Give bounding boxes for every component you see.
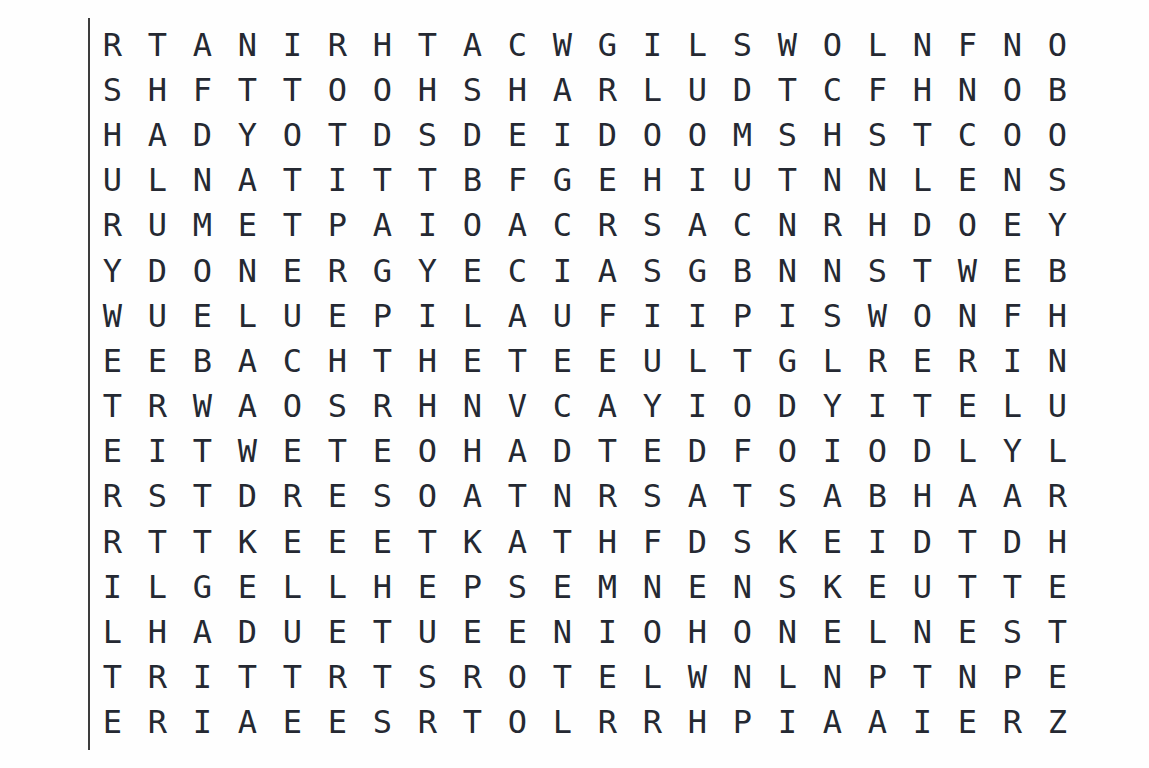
grid-cell-r11c11[interactable]: N: [540, 474, 585, 519]
grid-cell-r8c16[interactable]: G: [765, 338, 810, 383]
grid-cell-r15c3[interactable]: I: [180, 655, 225, 700]
grid-cell-r11c4[interactable]: D: [225, 474, 270, 519]
grid-cell-r5c17[interactable]: R: [810, 203, 855, 248]
grid-cell-r5c13[interactable]: S: [630, 203, 675, 248]
grid-cell-r6c7[interactable]: G: [360, 248, 405, 293]
grid-cell-r3c8[interactable]: S: [405, 112, 450, 157]
grid-cell-r5c18[interactable]: H: [855, 203, 900, 248]
grid-cell-r10c16[interactable]: O: [765, 429, 810, 474]
grid-cell-r9c5[interactable]: O: [270, 384, 315, 429]
grid-cell-r13c9[interactable]: P: [450, 564, 495, 609]
grid-cell-r4c5[interactable]: T: [270, 158, 315, 203]
grid-cell-r15c8[interactable]: S: [405, 655, 450, 700]
grid-cell-r8c2[interactable]: E: [135, 338, 180, 383]
grid-cell-r2c14[interactable]: U: [675, 67, 720, 112]
grid-cell-r13c15[interactable]: N: [720, 564, 765, 609]
grid-cell-r8c15[interactable]: T: [720, 338, 765, 383]
grid-cell-r9c12[interactable]: A: [585, 384, 630, 429]
grid-cell-r16c20[interactable]: E: [945, 700, 990, 745]
grid-cell-r1c5[interactable]: I: [270, 22, 315, 67]
grid-cell-r1c22[interactable]: O: [1035, 22, 1080, 67]
grid-cell-r15c20[interactable]: N: [945, 655, 990, 700]
grid-cell-r12c13[interactable]: F: [630, 519, 675, 564]
grid-cell-r11c2[interactable]: S: [135, 474, 180, 519]
grid-cell-r7c12[interactable]: F: [585, 293, 630, 338]
grid-cell-r5c11[interactable]: C: [540, 203, 585, 248]
grid-cell-r10c5[interactable]: E: [270, 429, 315, 474]
grid-cell-r12c5[interactable]: E: [270, 519, 315, 564]
grid-cell-r6c8[interactable]: Y: [405, 248, 450, 293]
grid-cell-r15c11[interactable]: T: [540, 655, 585, 700]
grid-cell-r6c19[interactable]: T: [900, 248, 945, 293]
grid-cell-r4c19[interactable]: L: [900, 158, 945, 203]
grid-cell-r7c10[interactable]: A: [495, 293, 540, 338]
grid-cell-r11c19[interactable]: H: [900, 474, 945, 519]
grid-cell-r1c12[interactable]: G: [585, 22, 630, 67]
grid-cell-r11c1[interactable]: R: [90, 474, 135, 519]
grid-cell-r15c7[interactable]: T: [360, 655, 405, 700]
grid-cell-r1c13[interactable]: I: [630, 22, 675, 67]
grid-cell-r7c19[interactable]: O: [900, 293, 945, 338]
grid-cell-r12c6[interactable]: E: [315, 519, 360, 564]
grid-cell-r11c13[interactable]: S: [630, 474, 675, 519]
grid-cell-r12c17[interactable]: E: [810, 519, 855, 564]
grid-cell-r13c11[interactable]: E: [540, 564, 585, 609]
grid-cell-r10c7[interactable]: E: [360, 429, 405, 474]
grid-cell-r5c4[interactable]: E: [225, 203, 270, 248]
grid-cell-r7c15[interactable]: P: [720, 293, 765, 338]
grid-cell-r14c13[interactable]: O: [630, 609, 675, 654]
grid-cell-r16c11[interactable]: L: [540, 700, 585, 745]
grid-cell-r3c15[interactable]: M: [720, 112, 765, 157]
grid-cell-r8c1[interactable]: E: [90, 338, 135, 383]
grid-cell-r15c21[interactable]: P: [990, 655, 1035, 700]
grid-cell-r2c19[interactable]: H: [900, 67, 945, 112]
grid-cell-r2c10[interactable]: H: [495, 67, 540, 112]
grid-cell-r15c5[interactable]: T: [270, 655, 315, 700]
grid-cell-r12c2[interactable]: T: [135, 519, 180, 564]
grid-cell-r8c12[interactable]: E: [585, 338, 630, 383]
grid-cell-r12c16[interactable]: K: [765, 519, 810, 564]
grid-cell-r1c21[interactable]: N: [990, 22, 1035, 67]
grid-cell-r1c1[interactable]: R: [90, 22, 135, 67]
grid-cell-r16c16[interactable]: I: [765, 700, 810, 745]
grid-cell-r15c4[interactable]: T: [225, 655, 270, 700]
grid-cell-r15c14[interactable]: W: [675, 655, 720, 700]
grid-cell-r16c21[interactable]: R: [990, 700, 1035, 745]
grid-cell-r15c18[interactable]: P: [855, 655, 900, 700]
grid-cell-r6c12[interactable]: A: [585, 248, 630, 293]
grid-cell-r12c19[interactable]: D: [900, 519, 945, 564]
grid-cell-r2c1[interactable]: S: [90, 67, 135, 112]
grid-cell-r2c3[interactable]: F: [180, 67, 225, 112]
grid-cell-r3c14[interactable]: O: [675, 112, 720, 157]
grid-cell-r2c13[interactable]: L: [630, 67, 675, 112]
grid-cell-r5c16[interactable]: N: [765, 203, 810, 248]
grid-cell-r6c4[interactable]: N: [225, 248, 270, 293]
grid-cell-r6c2[interactable]: D: [135, 248, 180, 293]
grid-cell-r13c18[interactable]: E: [855, 564, 900, 609]
grid-cell-r1c16[interactable]: W: [765, 22, 810, 67]
grid-cell-r4c13[interactable]: H: [630, 158, 675, 203]
grid-cell-r16c8[interactable]: R: [405, 700, 450, 745]
grid-cell-r14c9[interactable]: E: [450, 609, 495, 654]
grid-cell-r1c20[interactable]: F: [945, 22, 990, 67]
grid-cell-r6c10[interactable]: C: [495, 248, 540, 293]
grid-cell-r9c9[interactable]: N: [450, 384, 495, 429]
grid-cell-r12c7[interactable]: E: [360, 519, 405, 564]
grid-cell-r6c14[interactable]: G: [675, 248, 720, 293]
grid-cell-r14c19[interactable]: N: [900, 609, 945, 654]
grid-cell-r11c3[interactable]: T: [180, 474, 225, 519]
grid-cell-r14c2[interactable]: H: [135, 609, 180, 654]
grid-cell-r10c21[interactable]: Y: [990, 429, 1035, 474]
grid-cell-r9c1[interactable]: T: [90, 384, 135, 429]
grid-cell-r4c9[interactable]: B: [450, 158, 495, 203]
grid-cell-r4c8[interactable]: T: [405, 158, 450, 203]
grid-cell-r15c15[interactable]: N: [720, 655, 765, 700]
grid-cell-r5c21[interactable]: E: [990, 203, 1035, 248]
grid-cell-r11c21[interactable]: A: [990, 474, 1035, 519]
grid-cell-r13c17[interactable]: K: [810, 564, 855, 609]
grid-cell-r14c21[interactable]: S: [990, 609, 1035, 654]
grid-cell-r1c14[interactable]: L: [675, 22, 720, 67]
grid-cell-r12c21[interactable]: D: [990, 519, 1035, 564]
grid-cell-r8c8[interactable]: H: [405, 338, 450, 383]
grid-cell-r1c7[interactable]: H: [360, 22, 405, 67]
grid-cell-r6c15[interactable]: B: [720, 248, 765, 293]
grid-cell-r10c12[interactable]: T: [585, 429, 630, 474]
grid-cell-r14c15[interactable]: O: [720, 609, 765, 654]
grid-cell-r6c20[interactable]: W: [945, 248, 990, 293]
grid-cell-r16c14[interactable]: H: [675, 700, 720, 745]
grid-cell-r7c2[interactable]: U: [135, 293, 180, 338]
grid-cell-r4c15[interactable]: U: [720, 158, 765, 203]
grid-cell-r13c21[interactable]: T: [990, 564, 1035, 609]
grid-cell-r1c15[interactable]: S: [720, 22, 765, 67]
grid-cell-r4c20[interactable]: E: [945, 158, 990, 203]
grid-cell-r12c22[interactable]: H: [1035, 519, 1080, 564]
grid-cell-r13c2[interactable]: L: [135, 564, 180, 609]
grid-cell-r6c21[interactable]: E: [990, 248, 1035, 293]
grid-cell-r1c8[interactable]: T: [405, 22, 450, 67]
grid-cell-r9c4[interactable]: A: [225, 384, 270, 429]
grid-cell-r4c7[interactable]: T: [360, 158, 405, 203]
grid-cell-r9c19[interactable]: T: [900, 384, 945, 429]
grid-cell-r16c5[interactable]: E: [270, 700, 315, 745]
grid-cell-r11c7[interactable]: S: [360, 474, 405, 519]
grid-cell-r14c18[interactable]: L: [855, 609, 900, 654]
grid-cell-r5c20[interactable]: O: [945, 203, 990, 248]
grid-cell-r2c9[interactable]: S: [450, 67, 495, 112]
grid-cell-r8c20[interactable]: R: [945, 338, 990, 383]
grid-cell-r14c20[interactable]: E: [945, 609, 990, 654]
grid-cell-r10c19[interactable]: D: [900, 429, 945, 474]
grid-cell-r1c3[interactable]: A: [180, 22, 225, 67]
grid-cell-r8c7[interactable]: T: [360, 338, 405, 383]
grid-cell-r8c13[interactable]: U: [630, 338, 675, 383]
grid-cell-r8c5[interactable]: C: [270, 338, 315, 383]
grid-cell-r14c10[interactable]: E: [495, 609, 540, 654]
grid-cell-r6c17[interactable]: N: [810, 248, 855, 293]
grid-cell-r2c21[interactable]: O: [990, 67, 1035, 112]
grid-cell-r4c14[interactable]: I: [675, 158, 720, 203]
grid-cell-r3c2[interactable]: A: [135, 112, 180, 157]
grid-cell-r7c14[interactable]: I: [675, 293, 720, 338]
grid-cell-r1c9[interactable]: A: [450, 22, 495, 67]
grid-cell-r13c19[interactable]: U: [900, 564, 945, 609]
grid-cell-r3c4[interactable]: Y: [225, 112, 270, 157]
grid-cell-r8c11[interactable]: E: [540, 338, 585, 383]
grid-cell-r16c1[interactable]: E: [90, 700, 135, 745]
grid-cell-r14c14[interactable]: H: [675, 609, 720, 654]
grid-cell-r16c2[interactable]: R: [135, 700, 180, 745]
grid-cell-r13c13[interactable]: N: [630, 564, 675, 609]
grid-cell-r1c4[interactable]: N: [225, 22, 270, 67]
grid-cell-r12c11[interactable]: T: [540, 519, 585, 564]
grid-cell-r13c22[interactable]: E: [1035, 564, 1080, 609]
grid-cell-r4c6[interactable]: I: [315, 158, 360, 203]
grid-cell-r16c4[interactable]: A: [225, 700, 270, 745]
grid-cell-r7c17[interactable]: S: [810, 293, 855, 338]
grid-cell-r12c15[interactable]: S: [720, 519, 765, 564]
grid-cell-r8c3[interactable]: B: [180, 338, 225, 383]
grid-cell-r16c19[interactable]: I: [900, 700, 945, 745]
grid-cell-r10c11[interactable]: D: [540, 429, 585, 474]
grid-cell-r10c13[interactable]: E: [630, 429, 675, 474]
grid-cell-r5c15[interactable]: C: [720, 203, 765, 248]
grid-cell-r15c10[interactable]: O: [495, 655, 540, 700]
grid-cell-r10c8[interactable]: O: [405, 429, 450, 474]
grid-cell-r1c2[interactable]: T: [135, 22, 180, 67]
grid-cell-r7c5[interactable]: U: [270, 293, 315, 338]
grid-cell-r11c12[interactable]: R: [585, 474, 630, 519]
grid-cell-r2c15[interactable]: D: [720, 67, 765, 112]
grid-cell-r3c3[interactable]: D: [180, 112, 225, 157]
grid-cell-r8c21[interactable]: I: [990, 338, 1035, 383]
grid-cell-r11c18[interactable]: B: [855, 474, 900, 519]
grid-cell-r3c22[interactable]: O: [1035, 112, 1080, 157]
grid-cell-r6c13[interactable]: S: [630, 248, 675, 293]
grid-cell-r4c21[interactable]: N: [990, 158, 1035, 203]
grid-cell-r4c22[interactable]: S: [1035, 158, 1080, 203]
grid-cell-r3c7[interactable]: D: [360, 112, 405, 157]
grid-cell-r10c2[interactable]: I: [135, 429, 180, 474]
grid-cell-r13c4[interactable]: E: [225, 564, 270, 609]
grid-cell-r11c5[interactable]: R: [270, 474, 315, 519]
grid-cell-r11c14[interactable]: A: [675, 474, 720, 519]
grid-cell-r10c10[interactable]: A: [495, 429, 540, 474]
grid-cell-r5c22[interactable]: Y: [1035, 203, 1080, 248]
grid-cell-r1c18[interactable]: L: [855, 22, 900, 67]
grid-cell-r16c9[interactable]: T: [450, 700, 495, 745]
grid-cell-r12c1[interactable]: R: [90, 519, 135, 564]
grid-cell-r3c18[interactable]: S: [855, 112, 900, 157]
grid-cell-r4c4[interactable]: A: [225, 158, 270, 203]
grid-cell-r8c9[interactable]: E: [450, 338, 495, 383]
grid-cell-r9c7[interactable]: R: [360, 384, 405, 429]
grid-cell-r1c10[interactable]: C: [495, 22, 540, 67]
grid-cell-r15c12[interactable]: E: [585, 655, 630, 700]
grid-cell-r4c10[interactable]: F: [495, 158, 540, 203]
grid-cell-r1c19[interactable]: N: [900, 22, 945, 67]
grid-cell-r5c10[interactable]: A: [495, 203, 540, 248]
grid-cell-r5c3[interactable]: M: [180, 203, 225, 248]
grid-cell-r8c22[interactable]: N: [1035, 338, 1080, 383]
grid-cell-r11c22[interactable]: R: [1035, 474, 1080, 519]
grid-cell-r4c17[interactable]: N: [810, 158, 855, 203]
grid-cell-r8c4[interactable]: A: [225, 338, 270, 383]
grid-cell-r14c4[interactable]: D: [225, 609, 270, 654]
grid-cell-r10c1[interactable]: E: [90, 429, 135, 474]
grid-cell-r15c17[interactable]: N: [810, 655, 855, 700]
grid-cell-r14c5[interactable]: U: [270, 609, 315, 654]
grid-cell-r16c7[interactable]: S: [360, 700, 405, 745]
grid-cell-r2c7[interactable]: O: [360, 67, 405, 112]
grid-cell-r12c14[interactable]: D: [675, 519, 720, 564]
grid-cell-r5c5[interactable]: T: [270, 203, 315, 248]
grid-cell-r16c12[interactable]: R: [585, 700, 630, 745]
grid-cell-r4c2[interactable]: L: [135, 158, 180, 203]
grid-cell-r9c14[interactable]: I: [675, 384, 720, 429]
grid-cell-r7c18[interactable]: W: [855, 293, 900, 338]
grid-cell-r2c20[interactable]: N: [945, 67, 990, 112]
grid-cell-r4c12[interactable]: E: [585, 158, 630, 203]
grid-cell-r10c18[interactable]: O: [855, 429, 900, 474]
grid-cell-r6c11[interactable]: I: [540, 248, 585, 293]
grid-cell-r11c6[interactable]: E: [315, 474, 360, 519]
grid-cell-r6c5[interactable]: E: [270, 248, 315, 293]
grid-cell-r8c19[interactable]: E: [900, 338, 945, 383]
grid-cell-r10c17[interactable]: I: [810, 429, 855, 474]
grid-cell-r12c12[interactable]: H: [585, 519, 630, 564]
grid-cell-r10c15[interactable]: F: [720, 429, 765, 474]
grid-cell-r3c16[interactable]: S: [765, 112, 810, 157]
grid-cell-r2c11[interactable]: A: [540, 67, 585, 112]
grid-cell-r8c18[interactable]: R: [855, 338, 900, 383]
grid-cell-r11c16[interactable]: S: [765, 474, 810, 519]
grid-cell-r5c8[interactable]: I: [405, 203, 450, 248]
grid-cell-r6c3[interactable]: O: [180, 248, 225, 293]
grid-cell-r15c2[interactable]: R: [135, 655, 180, 700]
grid-cell-r14c17[interactable]: E: [810, 609, 855, 654]
grid-cell-r2c6[interactable]: O: [315, 67, 360, 112]
grid-cell-r11c20[interactable]: A: [945, 474, 990, 519]
grid-cell-r11c10[interactable]: T: [495, 474, 540, 519]
grid-cell-r7c6[interactable]: E: [315, 293, 360, 338]
grid-cell-r4c11[interactable]: G: [540, 158, 585, 203]
grid-cell-r7c7[interactable]: P: [360, 293, 405, 338]
grid-cell-r8c17[interactable]: L: [810, 338, 855, 383]
grid-cell-r10c9[interactable]: H: [450, 429, 495, 474]
grid-cell-r5c1[interactable]: R: [90, 203, 135, 248]
grid-cell-r9c18[interactable]: I: [855, 384, 900, 429]
grid-cell-r2c17[interactable]: C: [810, 67, 855, 112]
grid-cell-r1c6[interactable]: R: [315, 22, 360, 67]
grid-cell-r9c20[interactable]: E: [945, 384, 990, 429]
grid-cell-r5c6[interactable]: P: [315, 203, 360, 248]
grid-cell-r14c12[interactable]: I: [585, 609, 630, 654]
grid-cell-r15c22[interactable]: E: [1035, 655, 1080, 700]
grid-cell-r7c4[interactable]: L: [225, 293, 270, 338]
grid-cell-r14c3[interactable]: A: [180, 609, 225, 654]
grid-cell-r7c3[interactable]: E: [180, 293, 225, 338]
grid-cell-r5c9[interactable]: O: [450, 203, 495, 248]
grid-cell-r9c8[interactable]: H: [405, 384, 450, 429]
grid-cell-r8c6[interactable]: H: [315, 338, 360, 383]
grid-cell-r13c8[interactable]: E: [405, 564, 450, 609]
grid-cell-r10c20[interactable]: L: [945, 429, 990, 474]
grid-cell-r3c9[interactable]: D: [450, 112, 495, 157]
grid-cell-r2c18[interactable]: F: [855, 67, 900, 112]
grid-cell-r16c13[interactable]: R: [630, 700, 675, 745]
grid-cell-r16c18[interactable]: A: [855, 700, 900, 745]
grid-cell-r14c16[interactable]: N: [765, 609, 810, 654]
grid-cell-r7c1[interactable]: W: [90, 293, 135, 338]
grid-cell-r15c6[interactable]: R: [315, 655, 360, 700]
grid-cell-r9c10[interactable]: V: [495, 384, 540, 429]
grid-cell-r11c17[interactable]: A: [810, 474, 855, 519]
grid-cell-r13c10[interactable]: S: [495, 564, 540, 609]
grid-cell-r12c3[interactable]: T: [180, 519, 225, 564]
grid-cell-r16c15[interactable]: P: [720, 700, 765, 745]
grid-cell-r11c15[interactable]: T: [720, 474, 765, 519]
grid-cell-r3c5[interactable]: O: [270, 112, 315, 157]
grid-cell-r13c16[interactable]: S: [765, 564, 810, 609]
grid-cell-r7c16[interactable]: I: [765, 293, 810, 338]
grid-cell-r14c22[interactable]: T: [1035, 609, 1080, 654]
grid-cell-r9c2[interactable]: R: [135, 384, 180, 429]
grid-cell-r4c1[interactable]: U: [90, 158, 135, 203]
grid-cell-r7c22[interactable]: H: [1035, 293, 1080, 338]
grid-cell-r4c3[interactable]: N: [180, 158, 225, 203]
grid-cell-r8c14[interactable]: L: [675, 338, 720, 383]
grid-cell-r15c1[interactable]: T: [90, 655, 135, 700]
grid-cell-r5c7[interactable]: A: [360, 203, 405, 248]
grid-cell-r13c3[interactable]: G: [180, 564, 225, 609]
grid-cell-r1c17[interactable]: O: [810, 22, 855, 67]
grid-cell-r2c2[interactable]: H: [135, 67, 180, 112]
grid-cell-r12c10[interactable]: A: [495, 519, 540, 564]
grid-cell-r3c11[interactable]: I: [540, 112, 585, 157]
grid-cell-r6c16[interactable]: N: [765, 248, 810, 293]
grid-cell-r5c2[interactable]: U: [135, 203, 180, 248]
grid-cell-r7c9[interactable]: L: [450, 293, 495, 338]
grid-cell-r5c19[interactable]: D: [900, 203, 945, 248]
grid-cell-r3c13[interactable]: O: [630, 112, 675, 157]
grid-cell-r14c7[interactable]: T: [360, 609, 405, 654]
grid-cell-r7c20[interactable]: N: [945, 293, 990, 338]
grid-cell-r6c6[interactable]: R: [315, 248, 360, 293]
grid-cell-r9c13[interactable]: Y: [630, 384, 675, 429]
grid-cell-r10c6[interactable]: T: [315, 429, 360, 474]
grid-cell-r14c6[interactable]: E: [315, 609, 360, 654]
grid-cell-r4c18[interactable]: N: [855, 158, 900, 203]
grid-cell-r9c6[interactable]: S: [315, 384, 360, 429]
grid-cell-r8c10[interactable]: T: [495, 338, 540, 383]
grid-cell-r3c21[interactable]: O: [990, 112, 1035, 157]
grid-cell-r11c8[interactable]: O: [405, 474, 450, 519]
grid-cell-r4c16[interactable]: T: [765, 158, 810, 203]
grid-cell-r10c3[interactable]: T: [180, 429, 225, 474]
grid-cell-r5c14[interactable]: A: [675, 203, 720, 248]
grid-cell-r16c17[interactable]: A: [810, 700, 855, 745]
grid-cell-r3c10[interactable]: E: [495, 112, 540, 157]
grid-cell-r14c11[interactable]: N: [540, 609, 585, 654]
grid-cell-r9c11[interactable]: C: [540, 384, 585, 429]
grid-cell-r2c16[interactable]: T: [765, 67, 810, 112]
grid-cell-r2c5[interactable]: T: [270, 67, 315, 112]
